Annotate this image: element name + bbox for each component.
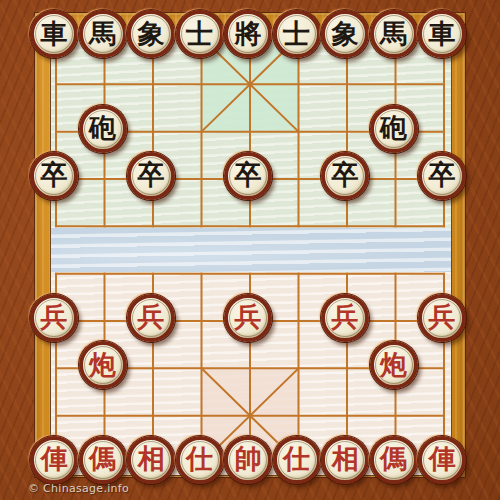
piece-red-soldier[interactable]: 兵 <box>418 294 466 342</box>
piece-black-soldier[interactable]: 卒 <box>127 152 175 200</box>
piece-black-soldier[interactable]: 卒 <box>321 152 369 200</box>
piece-glyph: 卒 <box>429 161 456 188</box>
piece-red-chariot[interactable]: 俥 <box>418 436 466 484</box>
piece-black-cannon[interactable]: 砲 <box>370 105 418 153</box>
piece-black-elephant[interactable]: 象 <box>127 10 175 58</box>
piece-glyph: 相 <box>138 445 165 472</box>
piece-glyph: 兵 <box>41 303 68 330</box>
piece-black-elephant[interactable]: 象 <box>321 10 369 58</box>
piece-red-cannon[interactable]: 炮 <box>79 341 127 389</box>
piece-black-soldier[interactable]: 卒 <box>30 152 78 200</box>
piece-glyph: 仕 <box>283 445 310 472</box>
piece-glyph: 卒 <box>138 161 165 188</box>
piece-red-advisor[interactable]: 仕 <box>176 436 224 484</box>
piece-black-chariot[interactable]: 車 <box>30 10 78 58</box>
piece-glyph: 卒 <box>235 161 262 188</box>
piece-glyph: 俥 <box>41 445 68 472</box>
piece-red-chariot[interactable]: 俥 <box>30 436 78 484</box>
piece-glyph: 仕 <box>186 445 213 472</box>
piece-glyph: 傌 <box>380 445 407 472</box>
piece-glyph: 象 <box>138 20 165 47</box>
piece-glyph: 相 <box>332 445 359 472</box>
piece-black-chariot[interactable]: 車 <box>418 10 466 58</box>
watermark: © Chinasage.info <box>28 482 129 495</box>
piece-black-general[interactable]: 將 <box>224 10 272 58</box>
piece-glyph: 兵 <box>138 303 165 330</box>
piece-glyph: 兵 <box>429 303 456 330</box>
piece-black-horse[interactable]: 馬 <box>79 10 127 58</box>
piece-red-soldier[interactable]: 兵 <box>30 294 78 342</box>
piece-red-soldier[interactable]: 兵 <box>224 294 272 342</box>
piece-glyph: 象 <box>332 20 359 47</box>
piece-glyph: 砲 <box>89 114 116 141</box>
xiangqi-board: 車馬象士將士象馬車砲砲卒卒卒卒卒兵兵兵兵兵炮炮俥傌相仕帥仕相傌俥 © China… <box>0 0 500 500</box>
piece-red-elephant[interactable]: 相 <box>127 436 175 484</box>
piece-glyph: 傌 <box>89 445 116 472</box>
piece-glyph: 士 <box>283 20 310 47</box>
board-playfield <box>50 28 452 476</box>
piece-glyph: 車 <box>429 20 456 47</box>
piece-black-advisor[interactable]: 士 <box>176 10 224 58</box>
piece-glyph: 馬 <box>89 20 116 47</box>
piece-glyph: 卒 <box>332 161 359 188</box>
board-grid-lines <box>51 29 451 475</box>
piece-red-soldier[interactable]: 兵 <box>127 294 175 342</box>
piece-glyph: 炮 <box>380 351 407 378</box>
piece-red-elephant[interactable]: 相 <box>321 436 369 484</box>
piece-glyph: 俥 <box>429 445 456 472</box>
piece-glyph: 士 <box>186 20 213 47</box>
piece-red-soldier[interactable]: 兵 <box>321 294 369 342</box>
piece-glyph: 兵 <box>332 303 359 330</box>
piece-red-horse[interactable]: 傌 <box>370 436 418 484</box>
piece-red-cannon[interactable]: 炮 <box>370 341 418 389</box>
piece-glyph: 砲 <box>380 114 407 141</box>
piece-black-cannon[interactable]: 砲 <box>79 105 127 153</box>
piece-red-general[interactable]: 帥 <box>224 436 272 484</box>
piece-glyph: 炮 <box>89 351 116 378</box>
piece-glyph: 馬 <box>380 20 407 47</box>
piece-black-soldier[interactable]: 卒 <box>224 152 272 200</box>
piece-red-advisor[interactable]: 仕 <box>273 436 321 484</box>
piece-black-advisor[interactable]: 士 <box>273 10 321 58</box>
piece-glyph: 車 <box>41 20 68 47</box>
piece-black-horse[interactable]: 馬 <box>370 10 418 58</box>
piece-glyph: 帥 <box>235 445 262 472</box>
piece-glyph: 將 <box>235 20 262 47</box>
piece-red-horse[interactable]: 傌 <box>79 436 127 484</box>
piece-glyph: 卒 <box>41 161 68 188</box>
piece-black-soldier[interactable]: 卒 <box>418 152 466 200</box>
piece-glyph: 兵 <box>235 303 262 330</box>
